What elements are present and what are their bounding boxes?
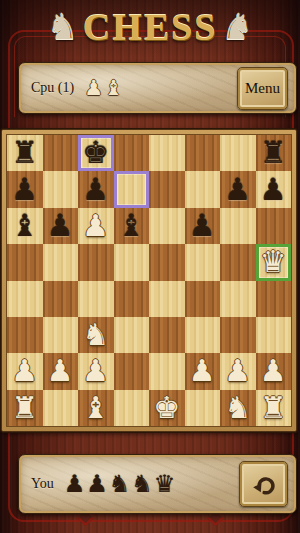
white-rook[interactable]: ♜ [11,393,38,423]
square-b1[interactable] [43,390,79,426]
square-h1[interactable]: ♜ [256,390,292,426]
square-a7[interactable]: ♟ [7,171,43,207]
square-a8[interactable]: ♜ [7,135,43,171]
cpu-captured-pieces: ♟♝ [84,78,123,99]
white-pawn[interactable]: ♟ [47,356,74,386]
square-c1[interactable]: ♝ [78,390,114,426]
square-e2[interactable] [149,353,185,389]
captured-black-knight-icon: ♞ [131,472,153,496]
square-h8[interactable]: ♜ [256,135,292,171]
black-rook[interactable]: ♜ [260,138,287,168]
black-pawn[interactable]: ♟ [189,211,216,241]
square-f1[interactable] [185,390,221,426]
square-b6[interactable]: ♟ [43,208,79,244]
square-c2[interactable]: ♟ [78,353,114,389]
square-e7[interactable] [149,171,185,207]
undo-icon [250,471,277,498]
square-e6[interactable] [149,208,185,244]
black-pawn[interactable]: ♟ [260,175,287,205]
white-knight[interactable]: ♞ [82,320,109,350]
square-f4[interactable] [185,281,221,317]
undo-button[interactable] [239,461,288,507]
chess-app: ♞ CHESS ♞ Cpu (1) ♟♝ Menu ♜♚♜♟♟♟♟♝♟♟♝♟♛♞… [0,0,300,533]
square-a1[interactable]: ♜ [7,390,43,426]
black-pawn[interactable]: ♟ [11,175,38,205]
square-h7[interactable]: ♟ [256,171,292,207]
square-g6[interactable] [220,208,256,244]
black-bishop[interactable]: ♝ [118,211,145,241]
square-e5[interactable] [149,244,185,280]
square-e1[interactable]: ♚ [149,390,185,426]
square-b5[interactable] [43,244,79,280]
square-h3[interactable] [256,317,292,353]
square-g1[interactable]: ♞ [220,390,256,426]
app-title: CHESS [83,5,218,49]
square-c6[interactable]: ♟ [78,208,114,244]
menu-button[interactable]: Menu [237,67,288,110]
square-d6[interactable]: ♝ [114,208,150,244]
square-c5[interactable] [78,244,114,280]
white-pawn[interactable]: ♟ [11,356,38,386]
square-a2[interactable]: ♟ [7,353,43,389]
square-d1[interactable] [114,390,150,426]
square-g5[interactable] [220,244,256,280]
square-e3[interactable] [149,317,185,353]
square-d8[interactable] [114,135,150,171]
captured-white-bishop-icon: ♝ [104,78,123,99]
square-f8[interactable] [185,135,221,171]
square-g8[interactable] [220,135,256,171]
black-rook[interactable]: ♜ [11,138,38,168]
black-bishop[interactable]: ♝ [11,211,38,241]
square-c4[interactable] [78,281,114,317]
captured-black-knight-icon: ♞ [109,472,131,496]
white-king[interactable]: ♚ [153,393,180,423]
captured-black-queen-icon: ♛ [154,472,176,496]
white-pawn[interactable]: ♟ [224,356,251,386]
square-h2[interactable]: ♟ [256,353,292,389]
you-captured-pieces: ♟♟♞♞♛ [64,472,176,496]
board-frame: ♜♚♜♟♟♟♟♝♟♟♝♟♛♞♟♟♟♟♟♟♜♝♚♞♜ [1,129,297,432]
square-b3[interactable] [43,317,79,353]
square-d4[interactable] [114,281,150,317]
chess-board: ♜♚♜♟♟♟♟♝♟♟♝♟♛♞♟♟♟♟♟♟♜♝♚♞♜ [6,134,292,427]
square-g3[interactable] [220,317,256,353]
square-c3[interactable]: ♞ [78,317,114,353]
black-pawn[interactable]: ♟ [224,175,251,205]
white-pawn[interactable]: ♟ [260,356,287,386]
captured-black-pawn-icon: ♟ [64,472,86,496]
square-g2[interactable]: ♟ [220,353,256,389]
black-king[interactable]: ♚ [82,138,109,168]
square-b7[interactable] [43,171,79,207]
square-c8[interactable]: ♚ [78,135,114,171]
white-queen[interactable]: ♛ [260,247,287,277]
white-pawn[interactable]: ♟ [189,356,216,386]
white-rook[interactable]: ♜ [260,393,287,423]
square-f7[interactable] [185,171,221,207]
white-bishop[interactable]: ♝ [82,393,109,423]
square-h6[interactable] [256,208,292,244]
cpu-panel: Cpu (1) ♟♝ Menu [18,62,297,114]
square-g7[interactable]: ♟ [220,171,256,207]
you-panel: You ♟♟♞♞♛ [18,454,297,514]
knight-icon: ♞ [221,9,253,45]
square-g4[interactable] [220,281,256,317]
title-bar: ♞ CHESS ♞ [0,1,300,53]
square-f2[interactable]: ♟ [185,353,221,389]
square-h5[interactable]: ♛ [256,244,292,280]
menu-button-label: Menu [245,80,280,97]
square-f5[interactable] [185,244,221,280]
square-f6[interactable]: ♟ [185,208,221,244]
black-pawn[interactable]: ♟ [47,211,74,241]
square-c7[interactable]: ♟ [78,171,114,207]
square-e4[interactable] [149,281,185,317]
square-h4[interactable] [256,281,292,317]
square-b8[interactable] [43,135,79,171]
square-d2[interactable] [114,353,150,389]
square-f3[interactable] [185,317,221,353]
white-pawn[interactable]: ♟ [82,211,109,241]
cpu-label: Cpu (1) [31,80,74,96]
square-e8[interactable] [149,135,185,171]
square-b2[interactable]: ♟ [43,353,79,389]
white-pawn[interactable]: ♟ [82,356,109,386]
square-a3[interactable] [7,317,43,353]
square-d5[interactable] [114,244,150,280]
square-a4[interactable] [7,281,43,317]
white-knight[interactable]: ♞ [224,393,251,423]
you-label: You [31,476,54,492]
square-d3[interactable] [114,317,150,353]
black-pawn[interactable]: ♟ [82,175,109,205]
square-a6[interactable]: ♝ [7,208,43,244]
captured-black-pawn-icon: ♟ [86,472,108,496]
knight-icon: ♞ [46,9,78,45]
square-b4[interactable] [43,281,79,317]
captured-white-pawn-icon: ♟ [84,78,103,99]
square-d7[interactable] [114,171,150,207]
square-a5[interactable] [7,244,43,280]
